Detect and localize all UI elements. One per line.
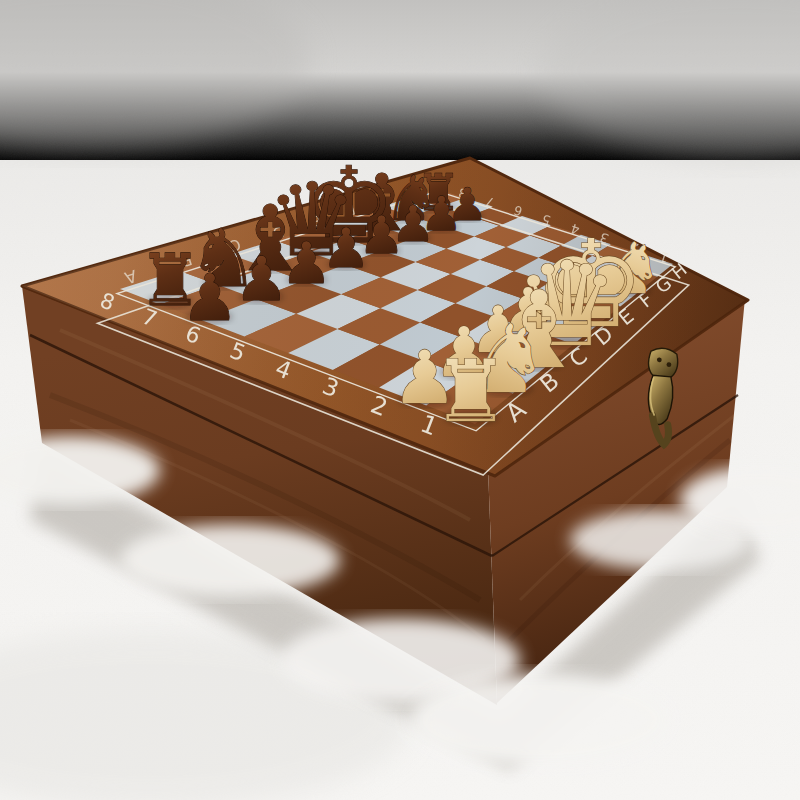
piece-black-pawn-a7: ♟	[181, 260, 239, 335]
latch-plate	[647, 347, 679, 379]
piece-white-rook-a1: ♜	[433, 341, 510, 441]
piece-black-pawn-b7: ♟	[234, 244, 288, 314]
product-photo: 1122334455667788AABBCCDDEEFFGGHH ♜♞♟♟♝♟♚…	[0, 0, 800, 800]
chess-box-scene: 1122334455667788AABBCCDDEEFFGGHH ♜♞♟♟♝♟♚…	[0, 0, 800, 800]
